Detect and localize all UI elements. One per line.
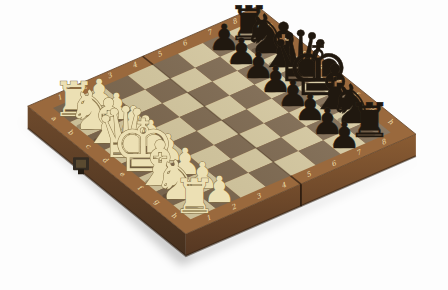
piece-glyph: ♟ xyxy=(328,115,360,156)
clasp-hook xyxy=(78,169,84,174)
photo-canvas: aabbccddeeffgghh1122334455667788♜♟♞♟♝♟♛♟… xyxy=(0,0,448,290)
chessboard: aabbccddeeffgghh1122334455667788♜♟♞♟♝♟♛♟… xyxy=(0,0,448,290)
piece-glyph: ♜ xyxy=(173,168,216,224)
piece-black-pawn-h7[interactable]: ♟ xyxy=(328,115,360,156)
piece-white-rook-h1[interactable]: ♜ xyxy=(173,168,216,224)
clasp-plate xyxy=(76,160,86,168)
